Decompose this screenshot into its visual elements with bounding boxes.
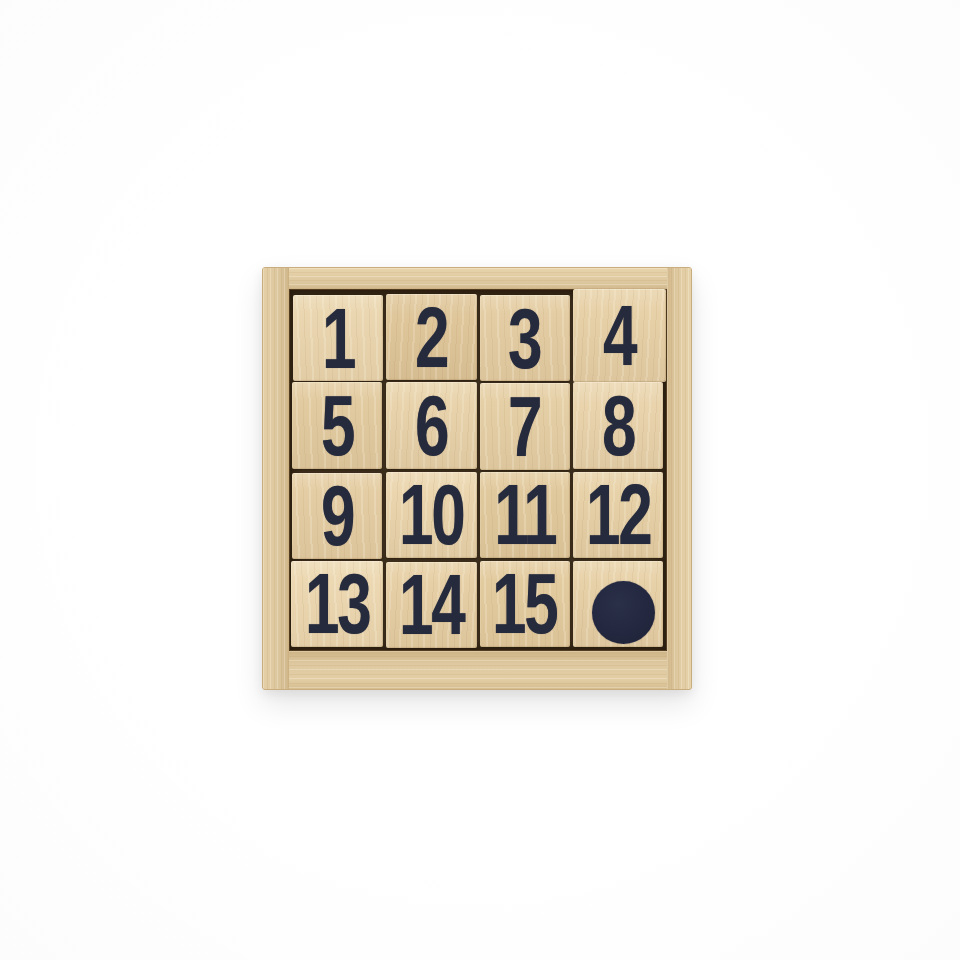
frame-edge-top xyxy=(263,268,691,289)
tile-15[interactable]: 15 xyxy=(480,561,570,647)
tile-5[interactable]: 5 xyxy=(292,382,382,468)
tile-9[interactable]: 9 xyxy=(292,473,382,559)
tile-10[interactable]: 10 xyxy=(386,472,476,558)
tile-grid: 1 2 3 4 5 6 7 8 9 10 11 12 13 14 15 xyxy=(290,290,666,650)
tile-number: 14 xyxy=(399,562,464,647)
tile-4[interactable]: 4 xyxy=(573,289,666,382)
frame-edge-bottom xyxy=(263,651,691,689)
tile-number: 6 xyxy=(415,383,447,468)
tile-6[interactable]: 6 xyxy=(386,382,476,468)
puzzle-box-frame: 1 2 3 4 5 6 7 8 9 10 11 12 13 14 15 xyxy=(262,267,692,690)
tile-3[interactable]: 3 xyxy=(480,295,570,381)
tile-number: 15 xyxy=(492,561,557,646)
tile-number: 13 xyxy=(305,561,370,646)
tile-number: 5 xyxy=(321,383,353,468)
tile-number: 4 xyxy=(603,293,635,378)
tile-number: 12 xyxy=(586,472,651,557)
frame-edge-right xyxy=(667,268,691,689)
tile-12[interactable]: 12 xyxy=(573,472,663,558)
tile-number: 3 xyxy=(508,296,540,381)
tile-number: 10 xyxy=(399,472,464,557)
tile-number: 2 xyxy=(415,295,447,380)
black-dot-icon xyxy=(592,581,655,644)
tile-number: 1 xyxy=(322,296,354,381)
photo-background: 1 2 3 4 5 6 7 8 9 10 11 12 13 14 15 xyxy=(0,0,960,960)
tile-7[interactable]: 7 xyxy=(480,383,570,469)
tile-number: 9 xyxy=(321,473,353,558)
tile-11[interactable]: 11 xyxy=(480,472,570,558)
tile-13[interactable]: 13 xyxy=(291,561,383,647)
tile-number: 8 xyxy=(602,383,634,468)
tile-8[interactable]: 8 xyxy=(573,382,663,468)
board-cavity: 1 2 3 4 5 6 7 8 9 10 11 12 13 14 15 xyxy=(289,289,667,651)
tile-14[interactable]: 14 xyxy=(386,562,476,648)
tile-number: 11 xyxy=(494,472,555,557)
tile-1[interactable]: 1 xyxy=(293,295,383,381)
tile-number: 7 xyxy=(508,384,540,469)
tile-dot[interactable] xyxy=(573,561,663,647)
frame-edge-left xyxy=(263,268,289,689)
tile-2[interactable]: 2 xyxy=(386,294,476,380)
